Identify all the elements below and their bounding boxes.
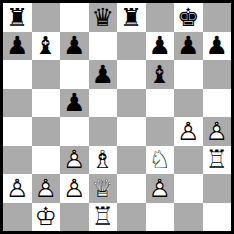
black-pawn[interactable]: ♟ bbox=[203, 32, 232, 61]
square-f2[interactable]: ♟♙ bbox=[146, 174, 175, 203]
black-king[interactable]: ♚ bbox=[174, 3, 203, 32]
square-c1[interactable] bbox=[60, 203, 89, 232]
black-pawn-glyph: ♟ bbox=[203, 32, 232, 61]
white-pawn-outline: ♙ bbox=[3, 174, 32, 203]
black-pawn[interactable]: ♟ bbox=[146, 32, 175, 61]
white-pawn[interactable]: ♟♙ bbox=[3, 174, 32, 203]
square-d1[interactable]: ♜♖ bbox=[89, 203, 118, 232]
square-a3[interactable] bbox=[3, 146, 32, 175]
board-frame: ♜♛♜♚♟♝♟♟♟♟♟♝♟♟♙♟♙♟♙♝♗♞♘♜♖♟♙♟♙♟♙♛♕♟♙♚♔♜♖ bbox=[0, 0, 234, 234]
white-pawn-outline: ♙ bbox=[60, 146, 89, 175]
square-h3[interactable]: ♜♖ bbox=[203, 146, 232, 175]
square-f5[interactable] bbox=[146, 89, 175, 118]
white-pawn[interactable]: ♟♙ bbox=[146, 174, 175, 203]
square-a5[interactable] bbox=[3, 89, 32, 118]
square-e7[interactable] bbox=[117, 32, 146, 61]
white-pawn[interactable]: ♟♙ bbox=[60, 174, 89, 203]
white-pawn[interactable]: ♟♙ bbox=[203, 117, 232, 146]
chess-board: ♜♛♜♚♟♝♟♟♟♟♟♝♟♟♙♟♙♟♙♝♗♞♘♜♖♟♙♟♙♟♙♛♕♟♙♚♔♜♖ bbox=[3, 3, 231, 231]
black-pawn-glyph: ♟ bbox=[174, 32, 203, 61]
black-pawn-glyph: ♟ bbox=[146, 32, 175, 61]
square-c3[interactable]: ♟♙ bbox=[60, 146, 89, 175]
square-f7[interactable]: ♟ bbox=[146, 32, 175, 61]
black-queen-glyph: ♛ bbox=[89, 3, 118, 32]
black-king-glyph: ♚ bbox=[174, 3, 203, 32]
black-pawn[interactable]: ♟ bbox=[89, 60, 118, 89]
black-queen[interactable]: ♛ bbox=[89, 3, 118, 32]
square-c6[interactable] bbox=[60, 60, 89, 89]
square-b5[interactable] bbox=[32, 89, 61, 118]
white-king[interactable]: ♚♔ bbox=[32, 203, 61, 232]
square-d3[interactable]: ♝♗ bbox=[89, 146, 118, 175]
white-pawn-outline: ♙ bbox=[32, 174, 61, 203]
square-a1[interactable] bbox=[3, 203, 32, 232]
white-pawn-outline: ♙ bbox=[203, 117, 232, 146]
square-c4[interactable] bbox=[60, 117, 89, 146]
white-knight[interactable]: ♞♘ bbox=[146, 146, 175, 175]
square-f6[interactable]: ♝ bbox=[146, 60, 175, 89]
black-bishop[interactable]: ♝ bbox=[146, 60, 175, 89]
square-f1[interactable] bbox=[146, 203, 175, 232]
white-rook-outline: ♖ bbox=[203, 146, 232, 175]
square-e1[interactable] bbox=[117, 203, 146, 232]
white-knight-outline: ♘ bbox=[146, 146, 175, 175]
black-pawn[interactable]: ♟ bbox=[174, 32, 203, 61]
square-g8[interactable]: ♚ bbox=[174, 3, 203, 32]
white-rook[interactable]: ♜♖ bbox=[203, 146, 232, 175]
white-king-outline: ♔ bbox=[32, 203, 61, 232]
square-g3[interactable] bbox=[174, 146, 203, 175]
square-e5[interactable] bbox=[117, 89, 146, 118]
square-h7[interactable]: ♟ bbox=[203, 32, 232, 61]
square-b1[interactable]: ♚♔ bbox=[32, 203, 61, 232]
square-f4[interactable] bbox=[146, 117, 175, 146]
square-a4[interactable] bbox=[3, 117, 32, 146]
square-b3[interactable] bbox=[32, 146, 61, 175]
square-e2[interactable] bbox=[117, 174, 146, 203]
square-f8[interactable] bbox=[146, 3, 175, 32]
square-g6[interactable] bbox=[174, 60, 203, 89]
square-a2[interactable]: ♟♙ bbox=[3, 174, 32, 203]
square-g2[interactable] bbox=[174, 174, 203, 203]
square-d7[interactable] bbox=[89, 32, 118, 61]
square-h2[interactable] bbox=[203, 174, 232, 203]
square-b2[interactable]: ♟♙ bbox=[32, 174, 61, 203]
black-bishop-glyph: ♝ bbox=[32, 32, 61, 61]
square-h1[interactable] bbox=[203, 203, 232, 232]
square-d8[interactable]: ♛ bbox=[89, 3, 118, 32]
square-e6[interactable] bbox=[117, 60, 146, 89]
square-g4[interactable]: ♟♙ bbox=[174, 117, 203, 146]
square-h6[interactable] bbox=[203, 60, 232, 89]
black-pawn-glyph: ♟ bbox=[60, 89, 89, 118]
white-pawn-outline: ♙ bbox=[146, 174, 175, 203]
square-a8[interactable]: ♜ bbox=[3, 3, 32, 32]
square-h5[interactable] bbox=[203, 89, 232, 118]
white-queen[interactable]: ♛♕ bbox=[89, 174, 118, 203]
black-pawn[interactable]: ♟ bbox=[3, 32, 32, 61]
square-h8[interactable] bbox=[203, 3, 232, 32]
black-pawn-glyph: ♟ bbox=[3, 32, 32, 61]
square-c7[interactable]: ♟ bbox=[60, 32, 89, 61]
square-e8[interactable]: ♜ bbox=[117, 3, 146, 32]
square-c2[interactable]: ♟♙ bbox=[60, 174, 89, 203]
black-rook[interactable]: ♜ bbox=[3, 3, 32, 32]
white-bishop[interactable]: ♝♗ bbox=[89, 146, 118, 175]
white-queen-outline: ♕ bbox=[89, 174, 118, 203]
square-d5[interactable] bbox=[89, 89, 118, 118]
square-c5[interactable]: ♟ bbox=[60, 89, 89, 118]
white-pawn-outline: ♙ bbox=[60, 174, 89, 203]
black-pawn-glyph: ♟ bbox=[60, 32, 89, 61]
square-e4[interactable] bbox=[117, 117, 146, 146]
white-pawn[interactable]: ♟♙ bbox=[60, 146, 89, 175]
square-d2[interactable]: ♛♕ bbox=[89, 174, 118, 203]
square-a7[interactable]: ♟ bbox=[3, 32, 32, 61]
black-pawn[interactable]: ♟ bbox=[60, 89, 89, 118]
square-g1[interactable] bbox=[174, 203, 203, 232]
black-bishop[interactable]: ♝ bbox=[32, 32, 61, 61]
black-rook[interactable]: ♜ bbox=[117, 3, 146, 32]
black-rook-glyph: ♜ bbox=[3, 3, 32, 32]
white-bishop-outline: ♗ bbox=[89, 146, 118, 175]
square-f3[interactable]: ♞♘ bbox=[146, 146, 175, 175]
black-pawn-glyph: ♟ bbox=[89, 60, 118, 89]
white-pawn[interactable]: ♟♙ bbox=[32, 174, 61, 203]
white-pawn[interactable]: ♟♙ bbox=[174, 117, 203, 146]
square-e3[interactable] bbox=[117, 146, 146, 175]
square-b7[interactable]: ♝ bbox=[32, 32, 61, 61]
square-h4[interactable]: ♟♙ bbox=[203, 117, 232, 146]
square-g7[interactable]: ♟ bbox=[174, 32, 203, 61]
black-pawn[interactable]: ♟ bbox=[60, 32, 89, 61]
square-d6[interactable]: ♟ bbox=[89, 60, 118, 89]
square-d4[interactable] bbox=[89, 117, 118, 146]
square-b4[interactable] bbox=[32, 117, 61, 146]
black-rook-glyph: ♜ bbox=[117, 3, 146, 32]
square-b8[interactable] bbox=[32, 3, 61, 32]
square-a6[interactable] bbox=[3, 60, 32, 89]
black-bishop-glyph: ♝ bbox=[146, 60, 175, 89]
square-c8[interactable] bbox=[60, 3, 89, 32]
white-rook[interactable]: ♜♖ bbox=[89, 203, 118, 232]
square-b6[interactable] bbox=[32, 60, 61, 89]
square-g5[interactable] bbox=[174, 89, 203, 118]
white-pawn-outline: ♙ bbox=[174, 117, 203, 146]
white-rook-outline: ♖ bbox=[89, 203, 118, 232]
